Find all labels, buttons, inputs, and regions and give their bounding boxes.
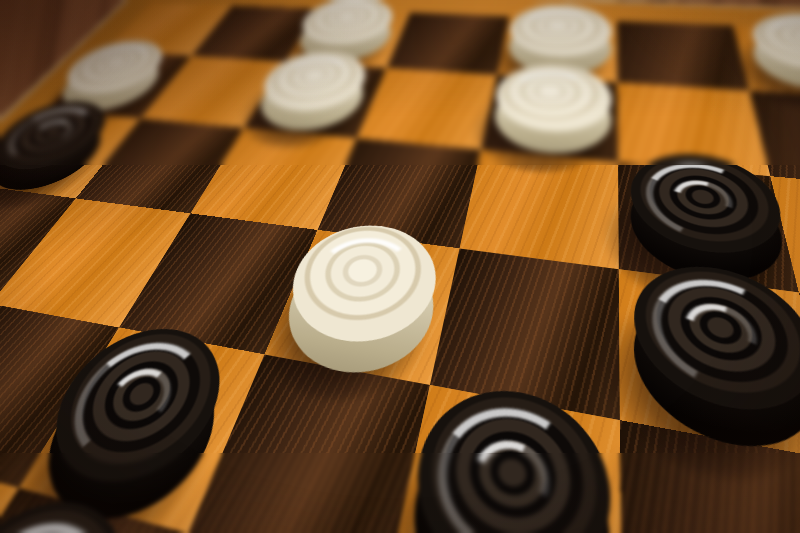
white-piece[interactable]	[253, 66, 379, 133]
square-r7c5[interactable]	[481, 75, 618, 162]
photo-frame	[0, 0, 800, 533]
white-piece[interactable]	[742, 29, 800, 94]
square-r8c6[interactable]	[617, 21, 749, 91]
checkers-board	[0, 0, 800, 533]
white-piece[interactable]	[277, 237, 448, 373]
scene	[0, 0, 800, 533]
board-grid	[0, 0, 800, 533]
black-piece[interactable]	[627, 169, 786, 283]
white-piece[interactable]	[490, 79, 610, 156]
square-r5c6[interactable]	[619, 269, 800, 461]
square-r5c4[interactable]	[265, 230, 460, 385]
black-piece[interactable]	[402, 397, 607, 533]
black-piece[interactable]	[629, 278, 800, 446]
